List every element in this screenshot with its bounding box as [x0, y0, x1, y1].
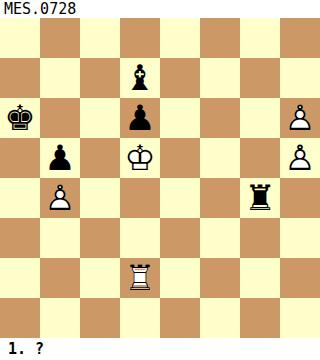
square-a2[interactable]: [0, 258, 40, 298]
square-f8[interactable]: [200, 18, 240, 58]
square-c6[interactable]: [80, 98, 120, 138]
square-h3[interactable]: [280, 218, 320, 258]
square-b2[interactable]: [40, 258, 80, 298]
square-h4[interactable]: [280, 178, 320, 218]
square-e8[interactable]: [160, 18, 200, 58]
square-f7[interactable]: [200, 58, 240, 98]
square-e4[interactable]: [160, 178, 200, 218]
piece-black-rook[interactable]: ♜: [240, 178, 280, 218]
square-b3[interactable]: [40, 218, 80, 258]
square-b5[interactable]: ♟: [40, 138, 80, 178]
piece-white-rook[interactable]: ♜♖: [120, 258, 160, 298]
square-g3[interactable]: [240, 218, 280, 258]
square-a8[interactable]: [0, 18, 40, 58]
square-e1[interactable]: [160, 298, 200, 338]
piece-black-pawn[interactable]: ♟: [120, 98, 160, 138]
square-a5[interactable]: [0, 138, 40, 178]
square-b7[interactable]: [40, 58, 80, 98]
square-b8[interactable]: [40, 18, 80, 58]
piece-black-pawn[interactable]: ♟: [40, 138, 80, 178]
square-c8[interactable]: [80, 18, 120, 58]
square-a3[interactable]: [0, 218, 40, 258]
chess-diagram-window: MES.0728 ♝♚♟♟♙♟♚♔♟♙♟♙♜♜♖ 1. ?: [0, 0, 320, 360]
square-a7[interactable]: [0, 58, 40, 98]
square-a6[interactable]: ♚: [0, 98, 40, 138]
square-d5[interactable]: ♚♔: [120, 138, 160, 178]
square-f2[interactable]: [200, 258, 240, 298]
square-c1[interactable]: [80, 298, 120, 338]
square-e7[interactable]: [160, 58, 200, 98]
square-g5[interactable]: [240, 138, 280, 178]
square-e6[interactable]: [160, 98, 200, 138]
square-h5[interactable]: ♟♙: [280, 138, 320, 178]
square-f1[interactable]: [200, 298, 240, 338]
square-e5[interactable]: [160, 138, 200, 178]
square-h8[interactable]: [280, 18, 320, 58]
square-d2[interactable]: ♜♖: [120, 258, 160, 298]
square-g2[interactable]: [240, 258, 280, 298]
piece-black-king[interactable]: ♚: [0, 98, 40, 138]
square-e2[interactable]: [160, 258, 200, 298]
square-c2[interactable]: [80, 258, 120, 298]
square-d8[interactable]: [120, 18, 160, 58]
chess-board: ♝♚♟♟♙♟♚♔♟♙♟♙♜♜♖: [0, 18, 320, 338]
square-g8[interactable]: [240, 18, 280, 58]
piece-black-bishop[interactable]: ♝: [120, 58, 160, 98]
square-d4[interactable]: [120, 178, 160, 218]
square-f3[interactable]: [200, 218, 240, 258]
square-d3[interactable]: [120, 218, 160, 258]
square-a4[interactable]: [0, 178, 40, 218]
square-a1[interactable]: [0, 298, 40, 338]
square-f4[interactable]: [200, 178, 240, 218]
square-b6[interactable]: [40, 98, 80, 138]
square-d7[interactable]: ♝: [120, 58, 160, 98]
pawn-outline-glyph: ♙: [280, 98, 320, 138]
square-g4[interactable]: ♜: [240, 178, 280, 218]
square-f6[interactable]: [200, 98, 240, 138]
piece-white-pawn[interactable]: ♟♙: [40, 178, 80, 218]
move-prompt: 1. ?: [0, 338, 320, 360]
diagram-title: MES.0728: [0, 0, 320, 18]
square-c7[interactable]: [80, 58, 120, 98]
square-g6[interactable]: [240, 98, 280, 138]
square-b4[interactable]: ♟♙: [40, 178, 80, 218]
square-f5[interactable]: [200, 138, 240, 178]
square-b1[interactable]: [40, 298, 80, 338]
square-g1[interactable]: [240, 298, 280, 338]
square-e3[interactable]: [160, 218, 200, 258]
king-outline-glyph: ♔: [120, 138, 160, 178]
square-h1[interactable]: [280, 298, 320, 338]
square-c3[interactable]: [80, 218, 120, 258]
square-g7[interactable]: [240, 58, 280, 98]
piece-white-pawn[interactable]: ♟♙: [280, 138, 320, 178]
square-d6[interactable]: ♟: [120, 98, 160, 138]
piece-white-king[interactable]: ♚♔: [120, 138, 160, 178]
square-h2[interactable]: [280, 258, 320, 298]
square-h6[interactable]: ♟♙: [280, 98, 320, 138]
piece-white-pawn[interactable]: ♟♙: [280, 98, 320, 138]
rook-outline-glyph: ♖: [120, 258, 160, 298]
square-c5[interactable]: [80, 138, 120, 178]
square-h7[interactable]: [280, 58, 320, 98]
pawn-outline-glyph: ♙: [280, 138, 320, 178]
pawn-outline-glyph: ♙: [40, 178, 80, 218]
square-c4[interactable]: [80, 178, 120, 218]
square-d1[interactable]: [120, 298, 160, 338]
